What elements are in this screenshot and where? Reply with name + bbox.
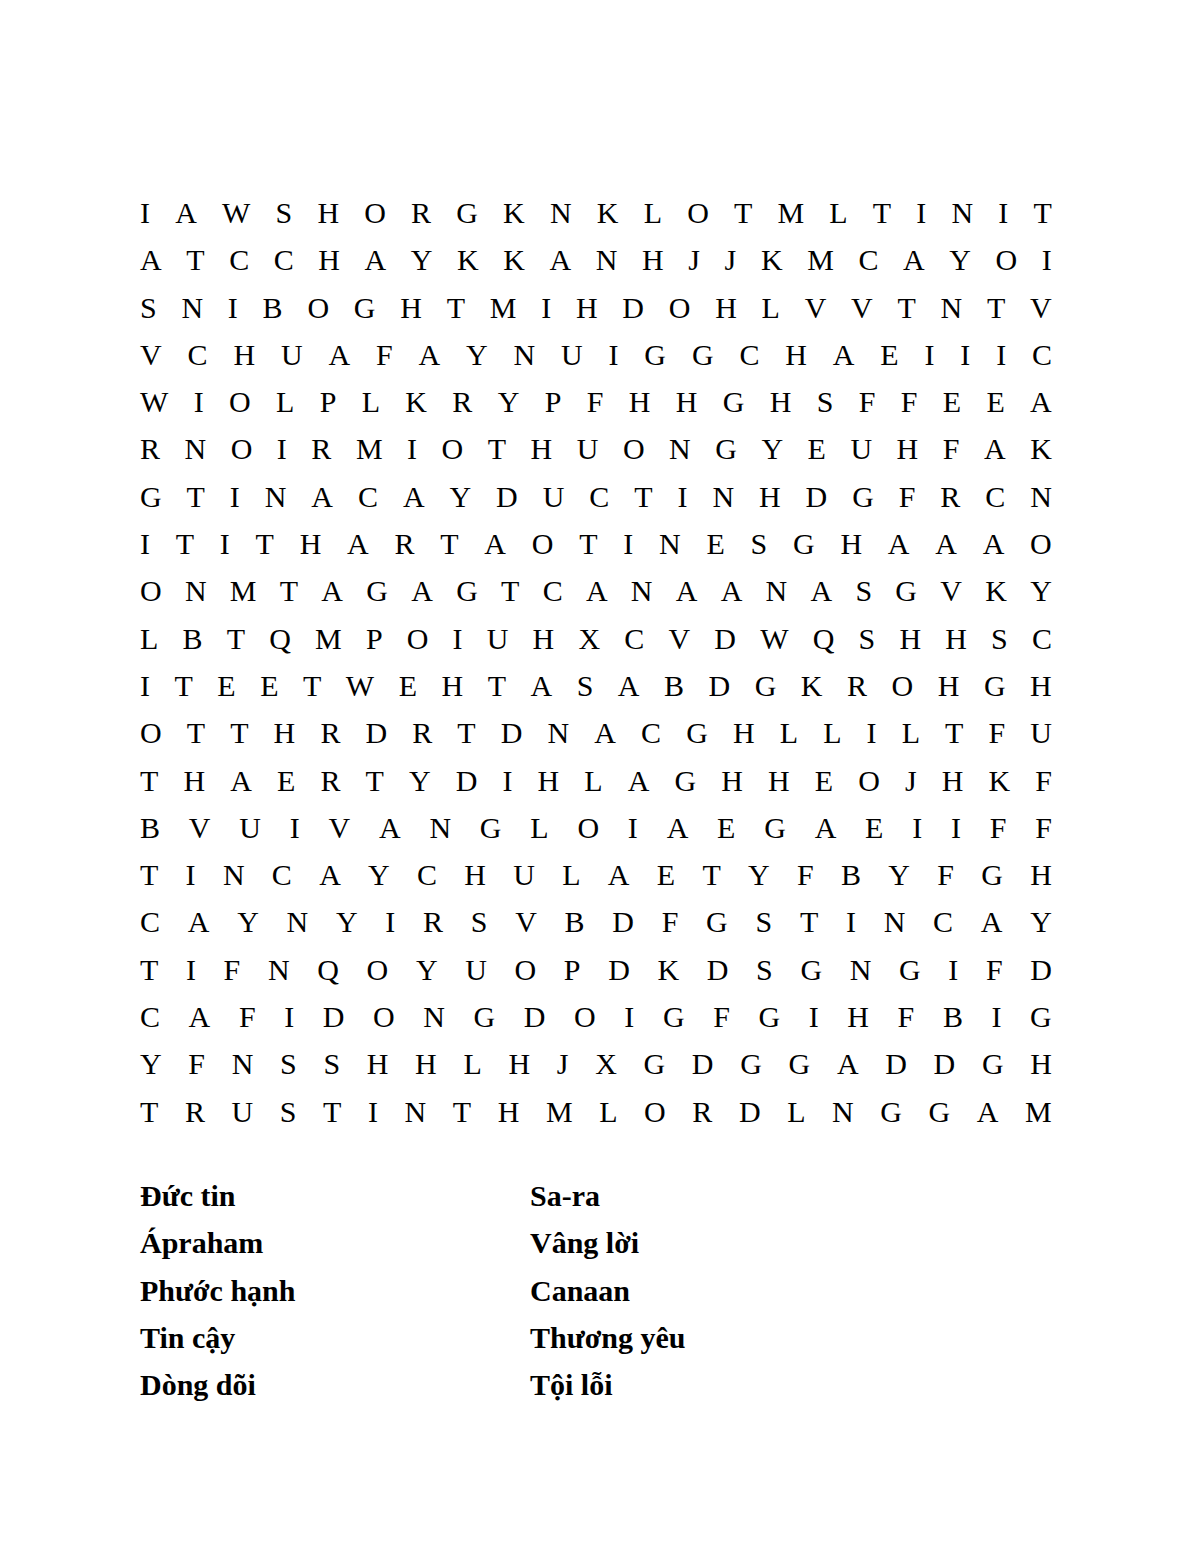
grid-cell[interactable]: A [903, 236, 925, 283]
grid-cell[interactable]: G [764, 804, 786, 851]
grid-cell[interactable]: Q [813, 615, 835, 662]
grid-cell[interactable]: S [755, 898, 772, 945]
grid-cell[interactable]: N [223, 851, 245, 898]
grid-cell[interactable]: N [423, 993, 445, 1040]
grid-cell[interactable]: H [721, 757, 743, 804]
grid-cell[interactable]: I [912, 804, 922, 851]
grid-cell[interactable]: D [501, 709, 523, 756]
grid-cell[interactable]: F [859, 378, 876, 425]
grid-cell[interactable]: A [403, 473, 425, 520]
grid-cell[interactable]: S [756, 946, 773, 993]
grid-cell[interactable]: I [385, 898, 395, 945]
grid-cell[interactable]: H [400, 284, 422, 331]
grid-cell[interactable]: O [687, 189, 709, 236]
grid-cell[interactable]: C [543, 567, 563, 614]
grid-cell[interactable]: D [739, 1088, 761, 1135]
grid-cell[interactable]: C [229, 236, 249, 283]
grid-cell[interactable]: C [140, 898, 160, 945]
grid-cell[interactable]: L [599, 1088, 617, 1135]
grid-cell[interactable]: V [805, 284, 827, 331]
grid-cell[interactable]: M [490, 284, 517, 331]
grid-cell[interactable]: U [465, 946, 487, 993]
grid-cell[interactable]: M [230, 567, 257, 614]
grid-cell[interactable]: C [933, 898, 953, 945]
grid-cell[interactable]: Y [411, 236, 433, 283]
grid-cell[interactable]: H [183, 757, 205, 804]
grid-cell[interactable]: G [755, 662, 777, 709]
grid-cell[interactable]: E [706, 520, 724, 567]
grid-cell[interactable]: T [187, 473, 205, 520]
grid-cell[interactable]: D [707, 946, 729, 993]
grid-cell[interactable]: B [841, 851, 861, 898]
grid-cell[interactable]: A [983, 520, 1005, 567]
grid-cell[interactable]: K [989, 757, 1011, 804]
grid-cell[interactable]: R [940, 473, 960, 520]
grid-cell[interactable]: F [989, 709, 1006, 756]
grid-cell[interactable]: L [276, 378, 294, 425]
grid-cell[interactable]: V [189, 804, 211, 851]
grid-cell[interactable]: G [895, 567, 917, 614]
grid-cell[interactable]: U [513, 851, 535, 898]
grid-cell[interactable]: Y [416, 946, 438, 993]
grid-cell[interactable]: V [515, 898, 537, 945]
grid-cell[interactable]: I [140, 189, 150, 236]
grid-cell[interactable]: G [800, 946, 822, 993]
grid-cell[interactable]: O [364, 189, 386, 236]
grid-cell[interactable]: T [1034, 189, 1052, 236]
grid-cell[interactable]: O [1030, 520, 1052, 567]
grid-cell[interactable]: O [623, 425, 645, 472]
grid-cell[interactable]: I [916, 189, 926, 236]
grid-cell[interactable]: H [770, 378, 792, 425]
grid-cell[interactable]: Y [368, 851, 390, 898]
grid-cell[interactable]: A [411, 567, 433, 614]
grid-cell[interactable]: I [290, 804, 300, 851]
grid-cell[interactable]: F [1035, 757, 1052, 804]
grid-cell[interactable]: A [1030, 378, 1052, 425]
grid-cell[interactable]: C [589, 473, 609, 520]
grid-cell[interactable]: U [543, 473, 565, 520]
grid-cell[interactable]: L [463, 1040, 481, 1087]
grid-cell[interactable]: D [612, 898, 634, 945]
grid-cell[interactable]: A [189, 993, 211, 1040]
grid-cell[interactable]: H [1030, 662, 1052, 709]
grid-cell[interactable]: C [140, 993, 160, 1040]
grid-cell[interactable]: I [623, 520, 633, 567]
grid-cell[interactable]: F [899, 473, 916, 520]
grid-cell[interactable]: A [484, 520, 506, 567]
grid-cell[interactable]: G [793, 520, 815, 567]
grid-cell[interactable]: L [787, 1088, 805, 1135]
grid-cell[interactable]: E [260, 662, 278, 709]
grid-cell[interactable]: A [676, 567, 698, 614]
grid-cell[interactable]: H [415, 1040, 437, 1087]
grid-cell[interactable]: F [986, 946, 1003, 993]
grid-cell[interactable]: F [943, 425, 960, 472]
grid-cell[interactable]: T [175, 662, 193, 709]
grid-cell[interactable]: I [924, 331, 934, 378]
grid-cell[interactable]: E [986, 378, 1004, 425]
grid-cell[interactable]: F [797, 851, 814, 898]
grid-cell[interactable]: C [985, 473, 1005, 520]
grid-cell[interactable]: R [395, 520, 415, 567]
grid-cell[interactable]: N [405, 1088, 427, 1135]
grid-cell[interactable]: X [595, 1040, 617, 1087]
grid-cell[interactable]: I [1042, 236, 1052, 283]
grid-cell[interactable]: F [188, 1040, 205, 1087]
grid-cell[interactable]: I [230, 473, 240, 520]
grid-cell[interactable]: M [1025, 1088, 1052, 1135]
grid-cell[interactable]: S [817, 378, 834, 425]
grid-cell[interactable]: F [376, 331, 393, 378]
grid-cell[interactable]: H [1030, 1040, 1052, 1087]
grid-cell[interactable]: C [358, 473, 378, 520]
grid-cell[interactable]: H [847, 993, 869, 1040]
grid-cell[interactable]: N [268, 946, 290, 993]
grid-cell[interactable]: H [676, 378, 698, 425]
grid-cell[interactable]: G [984, 662, 1006, 709]
grid-cell[interactable]: T [488, 425, 506, 472]
grid-cell[interactable]: H [576, 284, 598, 331]
grid-cell[interactable]: E [943, 378, 961, 425]
grid-cell[interactable]: K [801, 662, 823, 709]
grid-cell[interactable]: A [365, 236, 387, 283]
grid-cell[interactable]: B [664, 662, 684, 709]
grid-cell[interactable]: G [480, 804, 502, 851]
grid-cell[interactable]: E [717, 804, 735, 851]
grid-cell[interactable]: N [631, 567, 653, 614]
grid-cell[interactable]: S [276, 189, 293, 236]
grid-cell[interactable]: A [815, 804, 837, 851]
grid-cell[interactable]: I [220, 520, 230, 567]
grid-cell[interactable]: D [323, 993, 345, 1040]
grid-cell[interactable]: I [140, 662, 150, 709]
grid-cell[interactable]: A [721, 567, 743, 614]
grid-cell[interactable]: K [405, 378, 427, 425]
grid-cell[interactable]: C [739, 331, 759, 378]
grid-cell[interactable]: G [366, 567, 388, 614]
grid-cell[interactable]: O [140, 567, 162, 614]
grid-cell[interactable]: O [307, 284, 329, 331]
grid-cell[interactable]: M [807, 236, 834, 283]
grid-cell[interactable]: E [815, 757, 833, 804]
grid-cell[interactable]: A [230, 757, 252, 804]
grid-cell[interactable]: V [940, 567, 962, 614]
grid-cell[interactable]: K [597, 189, 619, 236]
grid-cell[interactable]: I [186, 851, 196, 898]
grid-cell[interactable]: N [941, 284, 963, 331]
grid-cell[interactable]: E [808, 425, 826, 472]
grid-cell[interactable]: G [715, 425, 737, 472]
grid-cell[interactable]: Y [1030, 567, 1052, 614]
grid-cell[interactable]: N [513, 331, 535, 378]
grid-cell[interactable]: D [934, 1040, 956, 1087]
grid-cell[interactable]: C [1032, 615, 1052, 662]
grid-cell[interactable]: W [222, 189, 250, 236]
grid-cell[interactable]: G [456, 567, 478, 614]
grid-cell[interactable]: O [515, 946, 537, 993]
grid-cell[interactable]: G [899, 946, 921, 993]
grid-cell[interactable]: R [140, 425, 160, 472]
grid-cell[interactable]: V [328, 804, 350, 851]
grid-cell[interactable]: I [624, 993, 634, 1040]
grid-cell[interactable]: J [688, 236, 700, 283]
grid-cell[interactable]: L [530, 804, 548, 851]
grid-cell[interactable]: S [280, 1088, 297, 1135]
grid-cell[interactable]: S [577, 662, 594, 709]
grid-cell[interactable]: O [442, 425, 464, 472]
grid-cell[interactable]: H [942, 757, 964, 804]
grid-cell[interactable]: A [311, 473, 333, 520]
grid-cell[interactable]: H [274, 709, 296, 756]
grid-cell[interactable]: D [885, 1040, 907, 1087]
grid-cell[interactable]: Y [449, 473, 471, 520]
grid-cell[interactable]: A [328, 331, 350, 378]
grid-cell[interactable]: L [762, 284, 780, 331]
grid-cell[interactable]: D [496, 473, 518, 520]
grid-cell[interactable]: M [356, 425, 383, 472]
grid-cell[interactable]: A [837, 1040, 859, 1087]
grid-cell[interactable]: N [712, 473, 734, 520]
grid-cell[interactable]: R [411, 189, 431, 236]
grid-cell[interactable]: R [692, 1088, 712, 1135]
grid-cell[interactable]: A [530, 662, 552, 709]
grid-cell[interactable]: I [628, 804, 638, 851]
grid-cell[interactable]: O [140, 709, 162, 756]
grid-cell[interactable]: E [217, 662, 235, 709]
grid-cell[interactable]: Y [409, 757, 431, 804]
grid-cell[interactable]: E [865, 804, 883, 851]
grid-cell[interactable]: G [1030, 993, 1052, 1040]
grid-cell[interactable]: T [140, 1088, 158, 1135]
grid-cell[interactable]: G [686, 709, 708, 756]
grid-cell[interactable]: T [227, 615, 245, 662]
grid-cell[interactable]: D [692, 1040, 714, 1087]
grid-cell[interactable]: U [1030, 709, 1052, 756]
grid-cell[interactable]: F [224, 946, 241, 993]
grid-cell[interactable]: A [418, 331, 440, 378]
grid-cell[interactable]: M [777, 189, 804, 236]
grid-cell[interactable]: N [181, 284, 203, 331]
grid-cell[interactable]: T [734, 189, 752, 236]
grid-cell[interactable]: G [880, 1088, 902, 1135]
grid-cell[interactable]: N [548, 709, 570, 756]
grid-cell[interactable]: O [577, 804, 599, 851]
grid-cell[interactable]: G [674, 757, 696, 804]
grid-cell[interactable]: J [905, 757, 917, 804]
grid-cell[interactable]: T [280, 567, 298, 614]
grid-cell[interactable]: L [584, 757, 602, 804]
grid-cell[interactable]: A [321, 567, 343, 614]
grid-cell[interactable]: G [758, 993, 780, 1040]
grid-cell[interactable]: I [998, 189, 1008, 236]
grid-cell[interactable]: R [311, 425, 331, 472]
grid-cell[interactable]: S [471, 898, 488, 945]
grid-cell[interactable]: A [833, 331, 855, 378]
grid-cell[interactable]: F [239, 993, 256, 1040]
grid-cell[interactable]: Y [466, 331, 488, 378]
grid-cell[interactable]: R [320, 709, 340, 756]
grid-cell[interactable]: S [280, 1040, 297, 1087]
grid-cell[interactable]: R [452, 378, 472, 425]
grid-cell[interactable]: Q [317, 946, 339, 993]
grid-cell[interactable]: N [232, 1040, 254, 1087]
grid-cell[interactable]: H [464, 851, 486, 898]
grid-cell[interactable]: H [715, 284, 737, 331]
grid-cell[interactable]: H [498, 1088, 520, 1135]
grid-cell[interactable]: Y [888, 851, 910, 898]
grid-cell[interactable]: O [532, 520, 554, 567]
grid-cell[interactable]: D [709, 662, 731, 709]
grid-cell[interactable]: I [609, 331, 619, 378]
grid-cell[interactable]: R [185, 1088, 205, 1135]
grid-cell[interactable]: G [852, 473, 874, 520]
grid-cell[interactable]: A [550, 236, 572, 283]
grid-cell[interactable]: Y [748, 851, 770, 898]
grid-cell[interactable]: F [662, 898, 679, 945]
grid-cell[interactable]: R [320, 757, 340, 804]
grid-cell[interactable]: V [1030, 284, 1052, 331]
grid-cell[interactable]: H [317, 189, 339, 236]
grid-cell[interactable]: K [503, 189, 525, 236]
grid-cell[interactable]: L [562, 851, 580, 898]
grid-cell[interactable]: N [287, 898, 309, 945]
grid-cell[interactable]: N [185, 567, 207, 614]
grid-cell[interactable]: L [644, 189, 662, 236]
grid-cell[interactable]: G [723, 378, 745, 425]
grid-cell[interactable]: B [943, 993, 963, 1040]
grid-cell[interactable]: L [829, 189, 847, 236]
grid-cell[interactable]: H [441, 662, 463, 709]
grid-cell[interactable]: H [629, 378, 651, 425]
grid-cell[interactable]: I [992, 993, 1002, 1040]
grid-cell[interactable]: T [140, 851, 158, 898]
grid-cell[interactable]: N [265, 473, 287, 520]
grid-cell[interactable]: A [981, 898, 1003, 945]
grid-cell[interactable]: G [692, 331, 714, 378]
grid-cell[interactable]: B [183, 615, 203, 662]
grid-cell[interactable]: P [320, 378, 337, 425]
grid-cell[interactable]: N [429, 804, 451, 851]
grid-cell[interactable]: J [725, 236, 737, 283]
grid-cell[interactable]: L [902, 709, 920, 756]
grid-cell[interactable]: N [550, 189, 572, 236]
grid-cell[interactable]: T [945, 709, 963, 756]
grid-cell[interactable]: H [538, 757, 560, 804]
grid-cell[interactable]: O [373, 993, 395, 1040]
grid-cell[interactable]: N [596, 236, 618, 283]
grid-cell[interactable]: A [379, 804, 401, 851]
grid-cell[interactable]: H [533, 615, 555, 662]
grid-cell[interactable]: H [840, 520, 862, 567]
grid-cell[interactable]: W [140, 378, 168, 425]
grid-cell[interactable]: H [367, 1040, 389, 1087]
grid-cell[interactable]: R [847, 662, 867, 709]
grid-cell[interactable]: Y [336, 898, 358, 945]
grid-cell[interactable]: T [898, 284, 916, 331]
grid-cell[interactable]: V [851, 284, 873, 331]
grid-cell[interactable]: N [952, 189, 974, 236]
grid-cell[interactable]: K [761, 236, 783, 283]
grid-cell[interactable]: H [945, 615, 967, 662]
grid-cell[interactable]: V [140, 331, 162, 378]
grid-cell[interactable]: H [531, 425, 553, 472]
grid-cell[interactable]: I [951, 804, 961, 851]
grid-cell[interactable]: G [789, 1040, 811, 1087]
grid-cell[interactable]: W [760, 615, 788, 662]
grid-cell[interactable]: A [188, 898, 210, 945]
grid-cell[interactable]: B [263, 284, 283, 331]
grid-cell[interactable]: O [995, 236, 1017, 283]
grid-cell[interactable]: H [233, 331, 255, 378]
grid-cell[interactable]: T [176, 520, 194, 567]
grid-cell[interactable]: B [565, 898, 585, 945]
grid-cell[interactable]: G [354, 284, 376, 331]
grid-cell[interactable]: M [315, 615, 342, 662]
grid-cell[interactable]: D [456, 757, 478, 804]
grid-cell[interactable]: D [714, 615, 736, 662]
grid-cell[interactable]: D [365, 709, 387, 756]
grid-cell[interactable]: U [239, 804, 261, 851]
grid-cell[interactable]: C [188, 331, 208, 378]
grid-cell[interactable]: T [873, 189, 891, 236]
grid-cell[interactable]: S [859, 615, 876, 662]
grid-cell[interactable]: N [669, 425, 691, 472]
grid-cell[interactable]: D [608, 946, 630, 993]
grid-cell[interactable]: Q [269, 615, 291, 662]
grid-cell[interactable]: F [713, 993, 730, 1040]
grid-cell[interactable]: K [657, 946, 679, 993]
grid-cell[interactable]: A [140, 236, 162, 283]
grid-cell[interactable]: C [272, 851, 292, 898]
grid-cell[interactable]: U [232, 1088, 254, 1135]
grid-cell[interactable]: H [899, 615, 921, 662]
grid-cell[interactable]: E [880, 331, 898, 378]
grid-cell[interactable]: T [457, 709, 475, 756]
grid-cell[interactable]: A [667, 804, 689, 851]
grid-cell[interactable]: I [867, 709, 877, 756]
grid-cell[interactable]: L [823, 709, 841, 756]
grid-cell[interactable]: T [140, 946, 158, 993]
grid-cell[interactable]: O [229, 378, 251, 425]
grid-cell[interactable]: O [407, 615, 429, 662]
grid-cell[interactable]: H [733, 709, 755, 756]
grid-cell[interactable]: O [574, 993, 596, 1040]
grid-cell[interactable]: H [642, 236, 664, 283]
grid-cell[interactable]: U [487, 615, 509, 662]
grid-cell[interactable]: D [524, 993, 546, 1040]
grid-cell[interactable]: T [501, 567, 519, 614]
grid-cell[interactable]: I [453, 615, 463, 662]
grid-cell[interactable]: I [228, 284, 238, 331]
grid-cell[interactable]: E [399, 662, 417, 709]
grid-cell[interactable]: G [982, 1040, 1004, 1087]
grid-cell[interactable]: E [277, 757, 295, 804]
grid-cell[interactable]: Y [1030, 898, 1052, 945]
grid-cell[interactable]: V [668, 615, 690, 662]
grid-cell[interactable]: F [937, 851, 954, 898]
grid-cell[interactable]: N [884, 898, 906, 945]
grid-cell[interactable]: T [256, 520, 274, 567]
grid-cell[interactable]: L [780, 709, 798, 756]
grid-cell[interactable]: A [618, 662, 640, 709]
grid-cell[interactable]: T [634, 473, 652, 520]
grid-cell[interactable]: H [318, 236, 340, 283]
grid-cell[interactable]: H [938, 662, 960, 709]
grid-cell[interactable]: G [456, 189, 478, 236]
grid-cell[interactable]: H [759, 473, 781, 520]
grid-cell[interactable]: I [140, 520, 150, 567]
